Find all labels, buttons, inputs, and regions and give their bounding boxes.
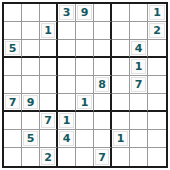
cell-r2c7[interactable] xyxy=(112,22,130,40)
cell-r4c9[interactable] xyxy=(148,58,166,76)
given-digit: 5 xyxy=(23,131,38,146)
cell-r1c2[interactable] xyxy=(22,4,40,22)
cell-r5c7[interactable] xyxy=(112,76,130,94)
cell-r7c9[interactable] xyxy=(148,112,166,130)
cell-r2c3[interactable]: 1 xyxy=(40,22,58,40)
cell-r9c5[interactable] xyxy=(76,148,94,166)
cell-r4c6[interactable] xyxy=(94,58,112,76)
cell-r9c7[interactable] xyxy=(112,148,130,166)
cell-r3c5[interactable] xyxy=(76,40,94,58)
cell-r1c4[interactable]: 3 xyxy=(58,4,76,22)
cell-r5c5[interactable] xyxy=(76,76,94,94)
given-digit: 7 xyxy=(131,77,146,92)
cell-r8c9[interactable] xyxy=(148,130,166,148)
given-digit: 2 xyxy=(149,23,165,38)
cell-r5c3[interactable] xyxy=(40,76,58,94)
cell-r2c6[interactable] xyxy=(94,22,112,40)
cell-r7c4[interactable]: 1 xyxy=(58,112,76,130)
cell-r1c7[interactable] xyxy=(112,4,130,22)
cell-r9c3[interactable]: 2 xyxy=(40,148,58,166)
cell-r5c1[interactable] xyxy=(4,76,22,94)
cell-r2c2[interactable] xyxy=(22,22,40,40)
cell-r4c1[interactable] xyxy=(4,58,22,76)
cell-r8c5[interactable] xyxy=(76,130,94,148)
cell-r4c8[interactable]: 1 xyxy=(130,58,148,76)
cell-r9c4[interactable] xyxy=(58,148,76,166)
cell-r4c3[interactable] xyxy=(40,58,58,76)
given-digit: 3 xyxy=(59,5,74,20)
given-digit: 8 xyxy=(95,77,109,92)
cell-r2c8[interactable] xyxy=(130,22,148,40)
given-digit: 1 xyxy=(77,95,92,109)
cell-r2c1[interactable] xyxy=(4,22,22,40)
cell-r8c6[interactable] xyxy=(94,130,112,148)
cell-r6c1[interactable]: 7 xyxy=(4,94,22,112)
cell-r6c6[interactable] xyxy=(94,94,112,112)
cell-r9c6[interactable]: 7 xyxy=(94,148,112,166)
given-digit: 7 xyxy=(5,95,20,109)
cell-r9c1[interactable] xyxy=(4,148,22,166)
given-digit: 9 xyxy=(77,5,92,20)
cell-r4c2[interactable] xyxy=(22,58,40,76)
cell-r5c8[interactable]: 7 xyxy=(130,76,148,94)
cell-r3c2[interactable] xyxy=(22,40,40,58)
cell-r3c9[interactable] xyxy=(148,40,166,58)
cell-r6c7[interactable] xyxy=(112,94,130,112)
cell-r9c2[interactable] xyxy=(22,148,40,166)
cell-r8c1[interactable] xyxy=(4,130,22,148)
cell-r7c2[interactable] xyxy=(22,112,40,130)
cell-r3c3[interactable] xyxy=(40,40,58,58)
cell-r7c7[interactable] xyxy=(112,112,130,130)
cell-r1c3[interactable] xyxy=(40,4,58,22)
cell-r3c4[interactable] xyxy=(58,40,76,58)
given-digit: 4 xyxy=(59,131,74,146)
cell-r1c8[interactable] xyxy=(130,4,148,22)
cell-r7c6[interactable] xyxy=(94,112,112,130)
sudoku-board: 39112541877917154127 xyxy=(2,2,168,168)
cell-r7c3[interactable]: 7 xyxy=(40,112,58,130)
given-digit: 7 xyxy=(95,149,109,165)
cell-r2c9[interactable]: 2 xyxy=(148,22,166,40)
cell-r5c4[interactable] xyxy=(58,76,76,94)
cell-r6c4[interactable] xyxy=(58,94,76,112)
cell-r6c9[interactable] xyxy=(148,94,166,112)
cell-r5c9[interactable] xyxy=(148,76,166,94)
cell-r6c2[interactable]: 9 xyxy=(22,94,40,112)
cell-r1c5[interactable]: 9 xyxy=(76,4,94,22)
cell-r8c2[interactable]: 5 xyxy=(22,130,40,148)
cell-r3c7[interactable] xyxy=(112,40,130,58)
cell-r5c6[interactable]: 8 xyxy=(94,76,112,94)
cell-r7c5[interactable] xyxy=(76,112,94,130)
cell-r6c3[interactable] xyxy=(40,94,58,112)
given-digit: 1 xyxy=(59,113,74,128)
cell-r6c5[interactable]: 1 xyxy=(76,94,94,112)
given-digit: 5 xyxy=(5,41,20,55)
given-digit: 1 xyxy=(41,23,55,38)
cell-r4c4[interactable] xyxy=(58,58,76,76)
given-digit: 1 xyxy=(149,5,165,20)
given-digit: 4 xyxy=(131,41,146,55)
given-digit: 1 xyxy=(113,131,128,146)
cell-r4c5[interactable] xyxy=(76,58,94,76)
given-digit: 9 xyxy=(23,95,38,109)
cell-r1c9[interactable]: 1 xyxy=(148,4,166,22)
cell-r9c9[interactable] xyxy=(148,148,166,166)
cell-r3c8[interactable]: 4 xyxy=(130,40,148,58)
cell-r8c7[interactable]: 1 xyxy=(112,130,130,148)
cell-r3c1[interactable]: 5 xyxy=(4,40,22,58)
cell-r9c8[interactable] xyxy=(130,148,148,166)
cell-r2c4[interactable] xyxy=(58,22,76,40)
cell-r8c3[interactable] xyxy=(40,130,58,148)
cell-r2c5[interactable] xyxy=(76,22,94,40)
cell-r7c1[interactable] xyxy=(4,112,22,130)
cell-r7c8[interactable] xyxy=(130,112,148,130)
cell-r8c4[interactable]: 4 xyxy=(58,130,76,148)
cell-r3c6[interactable] xyxy=(94,40,112,58)
given-digit: 2 xyxy=(41,149,55,165)
given-digit: 1 xyxy=(131,59,146,74)
cell-r1c6[interactable] xyxy=(94,4,112,22)
cell-r6c8[interactable] xyxy=(130,94,148,112)
cell-r5c2[interactable] xyxy=(22,76,40,94)
cell-r8c8[interactable] xyxy=(130,130,148,148)
cell-r4c7[interactable] xyxy=(112,58,130,76)
given-digit: 7 xyxy=(41,113,55,128)
cell-r1c1[interactable] xyxy=(4,4,22,22)
